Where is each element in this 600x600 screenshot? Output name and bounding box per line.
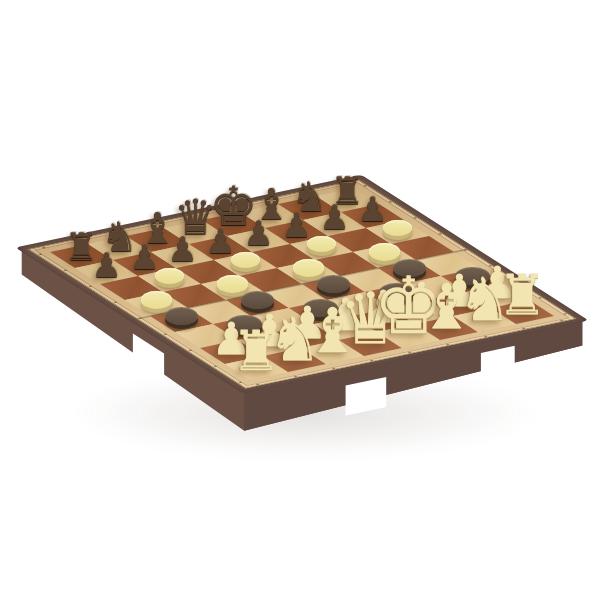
chess-set-photo: ♜♞♝♛♚♝♞♜♟♟♟♟♟♟♟♟♟♟♟♟♟♟♟♟♜♞♝♛♚♝♞♜	[0, 0, 600, 600]
